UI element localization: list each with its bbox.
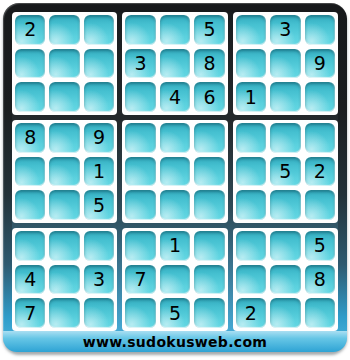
cell-r9c5[interactable]: 5: [160, 298, 190, 328]
cell-r5c7[interactable]: [236, 157, 266, 187]
cell-r5c3[interactable]: 1: [84, 157, 114, 187]
cell-r4c7[interactable]: [236, 123, 266, 153]
cell-r7c2[interactable]: [49, 231, 79, 261]
cell-r5c2[interactable]: [49, 157, 79, 187]
cell-r2c3[interactable]: [84, 49, 114, 79]
cell-r7c7[interactable]: [236, 231, 266, 261]
sudoku-box-3: 391: [233, 12, 338, 115]
cell-r3c8[interactable]: [270, 82, 300, 112]
cell-r3c7[interactable]: 1: [236, 82, 266, 112]
cell-r8c4[interactable]: 7: [125, 265, 155, 295]
cell-r4c4[interactable]: [125, 123, 155, 153]
footer-bar: www.sudokusweb.com: [3, 331, 347, 352]
cell-r6c6[interactable]: [194, 190, 224, 220]
board-padding: 253846391891552437175582: [3, 3, 347, 331]
cell-r8c8[interactable]: [270, 265, 300, 295]
cell-r1c4[interactable]: [125, 15, 155, 45]
cell-r5c6[interactable]: [194, 157, 224, 187]
cell-r3c2[interactable]: [49, 82, 79, 112]
cell-r4c5[interactable]: [160, 123, 190, 153]
cell-r8c3[interactable]: 3: [84, 265, 114, 295]
cell-r9c3[interactable]: [84, 298, 114, 328]
cell-r5c5[interactable]: [160, 157, 190, 187]
cell-r7c8[interactable]: [270, 231, 300, 261]
cell-r4c9[interactable]: [305, 123, 335, 153]
cell-r1c2[interactable]: [49, 15, 79, 45]
cell-r6c5[interactable]: [160, 190, 190, 220]
cell-r2c8[interactable]: [270, 49, 300, 79]
cell-r3c6[interactable]: 6: [194, 82, 224, 112]
cell-r5c8[interactable]: 5: [270, 157, 300, 187]
cell-r8c7[interactable]: [236, 265, 266, 295]
cell-r2c1[interactable]: [15, 49, 45, 79]
cell-r9c9[interactable]: [305, 298, 335, 328]
cell-r2c6[interactable]: 8: [194, 49, 224, 79]
cell-r3c9[interactable]: [305, 82, 335, 112]
cell-r3c3[interactable]: [84, 82, 114, 112]
website-url[interactable]: www.sudokusweb.com: [83, 334, 267, 350]
cell-r1c8[interactable]: 3: [270, 15, 300, 45]
cell-r3c5[interactable]: 4: [160, 82, 190, 112]
cell-r6c9[interactable]: [305, 190, 335, 220]
cell-r1c6[interactable]: 5: [194, 15, 224, 45]
cell-r2c4[interactable]: 3: [125, 49, 155, 79]
cell-r6c3[interactable]: 5: [84, 190, 114, 220]
sudoku-box-5: [122, 120, 227, 223]
cell-r2c9[interactable]: 9: [305, 49, 335, 79]
cell-r7c6[interactable]: [194, 231, 224, 261]
cell-r9c8[interactable]: [270, 298, 300, 328]
cell-r1c5[interactable]: [160, 15, 190, 45]
cell-r5c1[interactable]: [15, 157, 45, 187]
cell-r1c9[interactable]: [305, 15, 335, 45]
cell-r4c2[interactable]: [49, 123, 79, 153]
cell-r9c7[interactable]: 2: [236, 298, 266, 328]
cell-r7c1[interactable]: [15, 231, 45, 261]
cell-r2c5[interactable]: [160, 49, 190, 79]
puzzle-frame: 253846391891552437175582 www.sudokusweb.…: [3, 3, 347, 352]
sudoku-box-9: 582: [233, 228, 338, 331]
cell-r9c4[interactable]: [125, 298, 155, 328]
cell-r7c3[interactable]: [84, 231, 114, 261]
cell-r1c1[interactable]: 2: [15, 15, 45, 45]
cell-r3c1[interactable]: [15, 82, 45, 112]
cell-r9c6[interactable]: [194, 298, 224, 328]
cell-r6c8[interactable]: [270, 190, 300, 220]
cell-r1c7[interactable]: [236, 15, 266, 45]
cell-r8c1[interactable]: 4: [15, 265, 45, 295]
cell-r1c3[interactable]: [84, 15, 114, 45]
sudoku-box-6: 52: [233, 120, 338, 223]
cell-r8c2[interactable]: [49, 265, 79, 295]
sudoku-box-7: 437: [12, 228, 117, 331]
cell-r3c4[interactable]: [125, 82, 155, 112]
cell-r4c1[interactable]: 8: [15, 123, 45, 153]
cell-r5c4[interactable]: [125, 157, 155, 187]
cell-r7c9[interactable]: 5: [305, 231, 335, 261]
cell-r8c9[interactable]: 8: [305, 265, 335, 295]
cell-r9c2[interactable]: [49, 298, 79, 328]
cell-r8c6[interactable]: [194, 265, 224, 295]
sudoku-box-1: 2: [12, 12, 117, 115]
page: 253846391891552437175582 www.sudokusweb.…: [0, 0, 350, 360]
cell-r2c7[interactable]: [236, 49, 266, 79]
cell-r5c9[interactable]: 2: [305, 157, 335, 187]
cell-r6c1[interactable]: [15, 190, 45, 220]
cell-r7c4[interactable]: [125, 231, 155, 261]
cell-r4c8[interactable]: [270, 123, 300, 153]
cell-r6c7[interactable]: [236, 190, 266, 220]
cell-r6c4[interactable]: [125, 190, 155, 220]
cell-r7c5[interactable]: 1: [160, 231, 190, 261]
sudoku-board: 253846391891552437175582: [12, 12, 338, 331]
cell-r6c2[interactable]: [49, 190, 79, 220]
cell-r4c3[interactable]: 9: [84, 123, 114, 153]
cell-r2c2[interactable]: [49, 49, 79, 79]
sudoku-box-4: 8915: [12, 120, 117, 223]
sudoku-box-2: 53846: [122, 12, 227, 115]
cell-r4c6[interactable]: [194, 123, 224, 153]
cell-r9c1[interactable]: 7: [15, 298, 45, 328]
cell-r8c5[interactable]: [160, 265, 190, 295]
sudoku-box-8: 175: [122, 228, 227, 331]
